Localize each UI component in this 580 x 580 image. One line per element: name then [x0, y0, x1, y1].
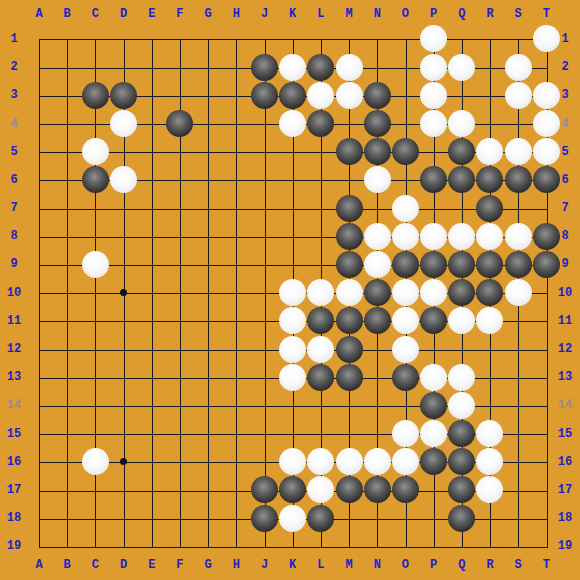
intersection-G8[interactable] — [194, 222, 222, 250]
intersection-T14[interactable] — [532, 391, 560, 419]
intersection-C6[interactable] — [81, 166, 109, 194]
intersection-F9[interactable] — [166, 250, 194, 278]
intersection-G15[interactable] — [194, 420, 222, 448]
intersection-S14[interactable] — [504, 391, 532, 419]
intersection-H17[interactable] — [222, 476, 250, 504]
intersection-D18[interactable] — [109, 504, 137, 532]
intersection-J11[interactable] — [250, 307, 278, 335]
intersection-K8[interactable] — [279, 222, 307, 250]
intersection-G19[interactable] — [194, 532, 222, 560]
intersection-C14[interactable] — [81, 391, 109, 419]
intersection-T19[interactable] — [532, 532, 560, 560]
intersection-O11[interactable] — [391, 307, 419, 335]
intersection-B4[interactable] — [53, 109, 81, 137]
intersection-L1[interactable] — [307, 25, 335, 53]
intersection-D1[interactable] — [109, 25, 137, 53]
intersection-Q1[interactable] — [448, 25, 476, 53]
intersection-H16[interactable] — [222, 448, 250, 476]
intersection-R6[interactable] — [476, 166, 504, 194]
intersection-Q12[interactable] — [448, 335, 476, 363]
intersection-E15[interactable] — [138, 420, 166, 448]
intersection-Q15[interactable] — [448, 420, 476, 448]
intersection-E11[interactable] — [138, 307, 166, 335]
intersection-A12[interactable] — [25, 335, 53, 363]
intersection-A18[interactable] — [25, 504, 53, 532]
intersection-O10[interactable] — [391, 279, 419, 307]
intersection-R16[interactable] — [476, 448, 504, 476]
intersection-P16[interactable] — [420, 448, 448, 476]
intersection-A4[interactable] — [25, 109, 53, 137]
intersection-M11[interactable] — [335, 307, 363, 335]
intersection-L13[interactable] — [307, 363, 335, 391]
intersection-G11[interactable] — [194, 307, 222, 335]
intersection-T3[interactable] — [532, 81, 560, 109]
intersection-L6[interactable] — [307, 166, 335, 194]
intersection-M8[interactable] — [335, 222, 363, 250]
intersection-F6[interactable] — [166, 166, 194, 194]
intersection-A7[interactable] — [25, 194, 53, 222]
intersection-D4[interactable] — [109, 109, 137, 137]
intersection-G3[interactable] — [194, 81, 222, 109]
intersection-D3[interactable] — [109, 81, 137, 109]
intersection-C18[interactable] — [81, 504, 109, 532]
intersection-A3[interactable] — [25, 81, 53, 109]
intersection-N3[interactable] — [363, 81, 391, 109]
intersection-D12[interactable] — [109, 335, 137, 363]
intersection-F12[interactable] — [166, 335, 194, 363]
intersection-F3[interactable] — [166, 81, 194, 109]
intersection-F1[interactable] — [166, 25, 194, 53]
intersection-A9[interactable] — [25, 250, 53, 278]
intersection-T15[interactable] — [532, 420, 560, 448]
intersection-E1[interactable] — [138, 25, 166, 53]
intersection-J18[interactable] — [250, 504, 278, 532]
intersection-C7[interactable] — [81, 194, 109, 222]
intersection-B12[interactable] — [53, 335, 81, 363]
intersection-M5[interactable] — [335, 138, 363, 166]
intersection-E16[interactable] — [138, 448, 166, 476]
intersection-H13[interactable] — [222, 363, 250, 391]
intersection-S13[interactable] — [504, 363, 532, 391]
intersection-R14[interactable] — [476, 391, 504, 419]
intersection-O19[interactable] — [391, 532, 419, 560]
intersection-E6[interactable] — [138, 166, 166, 194]
intersection-M4[interactable] — [335, 109, 363, 137]
intersection-K17[interactable] — [279, 476, 307, 504]
intersection-J13[interactable] — [250, 363, 278, 391]
intersection-E17[interactable] — [138, 476, 166, 504]
intersection-E3[interactable] — [138, 81, 166, 109]
intersection-H10[interactable] — [222, 279, 250, 307]
intersection-J4[interactable] — [250, 109, 278, 137]
intersection-R18[interactable] — [476, 504, 504, 532]
intersection-O4[interactable] — [391, 109, 419, 137]
intersection-M16[interactable] — [335, 448, 363, 476]
intersection-M2[interactable] — [335, 53, 363, 81]
intersection-L14[interactable] — [307, 391, 335, 419]
intersection-N6[interactable] — [363, 166, 391, 194]
intersection-N10[interactable] — [363, 279, 391, 307]
intersection-R10[interactable] — [476, 279, 504, 307]
intersection-J17[interactable] — [250, 476, 278, 504]
intersection-R17[interactable] — [476, 476, 504, 504]
intersection-S11[interactable] — [504, 307, 532, 335]
intersection-P17[interactable] — [420, 476, 448, 504]
intersection-H15[interactable] — [222, 420, 250, 448]
intersection-Q10[interactable] — [448, 279, 476, 307]
intersection-A6[interactable] — [25, 166, 53, 194]
intersection-E12[interactable] — [138, 335, 166, 363]
intersection-O5[interactable] — [391, 138, 419, 166]
intersection-E10[interactable] — [138, 279, 166, 307]
intersection-M12[interactable] — [335, 335, 363, 363]
intersection-J1[interactable] — [250, 25, 278, 53]
intersection-P19[interactable] — [420, 532, 448, 560]
intersection-E4[interactable] — [138, 109, 166, 137]
intersection-M3[interactable] — [335, 81, 363, 109]
intersection-F5[interactable] — [166, 138, 194, 166]
intersection-M9[interactable] — [335, 250, 363, 278]
intersection-J5[interactable] — [250, 138, 278, 166]
intersection-J6[interactable] — [250, 166, 278, 194]
intersection-Q19[interactable] — [448, 532, 476, 560]
intersection-D6[interactable] — [109, 166, 137, 194]
intersection-K13[interactable] — [279, 363, 307, 391]
intersection-N1[interactable] — [363, 25, 391, 53]
intersection-D7[interactable] — [109, 194, 137, 222]
intersection-B2[interactable] — [53, 53, 81, 81]
intersection-Q3[interactable] — [448, 81, 476, 109]
intersection-P14[interactable] — [420, 391, 448, 419]
intersection-G1[interactable] — [194, 25, 222, 53]
intersection-P10[interactable] — [420, 279, 448, 307]
intersection-G12[interactable] — [194, 335, 222, 363]
intersection-B16[interactable] — [53, 448, 81, 476]
intersection-G14[interactable] — [194, 391, 222, 419]
intersection-H7[interactable] — [222, 194, 250, 222]
intersection-N2[interactable] — [363, 53, 391, 81]
intersection-F19[interactable] — [166, 532, 194, 560]
intersection-L12[interactable] — [307, 335, 335, 363]
intersection-A15[interactable] — [25, 420, 53, 448]
intersection-N5[interactable] — [363, 138, 391, 166]
intersection-N4[interactable] — [363, 109, 391, 137]
intersection-Q7[interactable] — [448, 194, 476, 222]
intersection-N14[interactable] — [363, 391, 391, 419]
intersection-H4[interactable] — [222, 109, 250, 137]
intersection-O15[interactable] — [391, 420, 419, 448]
intersection-D2[interactable] — [109, 53, 137, 81]
intersection-S18[interactable] — [504, 504, 532, 532]
intersection-K2[interactable] — [279, 53, 307, 81]
intersection-B1[interactable] — [53, 25, 81, 53]
intersection-T12[interactable] — [532, 335, 560, 363]
intersection-A1[interactable] — [25, 25, 53, 53]
intersection-D17[interactable] — [109, 476, 137, 504]
intersection-C17[interactable] — [81, 476, 109, 504]
intersection-C13[interactable] — [81, 363, 109, 391]
intersection-S16[interactable] — [504, 448, 532, 476]
intersection-S19[interactable] — [504, 532, 532, 560]
intersection-H3[interactable] — [222, 81, 250, 109]
intersection-R15[interactable] — [476, 420, 504, 448]
intersection-A10[interactable] — [25, 279, 53, 307]
intersection-N17[interactable] — [363, 476, 391, 504]
intersection-C16[interactable] — [81, 448, 109, 476]
intersection-D16[interactable] — [109, 448, 137, 476]
intersection-K14[interactable] — [279, 391, 307, 419]
intersection-R12[interactable] — [476, 335, 504, 363]
intersection-S10[interactable] — [504, 279, 532, 307]
intersection-B3[interactable] — [53, 81, 81, 109]
intersection-L18[interactable] — [307, 504, 335, 532]
intersection-G13[interactable] — [194, 363, 222, 391]
intersection-K5[interactable] — [279, 138, 307, 166]
intersection-F18[interactable] — [166, 504, 194, 532]
intersection-T5[interactable] — [532, 138, 560, 166]
intersection-B13[interactable] — [53, 363, 81, 391]
intersection-B11[interactable] — [53, 307, 81, 335]
intersection-P2[interactable] — [420, 53, 448, 81]
intersection-A14[interactable] — [25, 391, 53, 419]
intersection-O17[interactable] — [391, 476, 419, 504]
intersection-S3[interactable] — [504, 81, 532, 109]
intersection-B17[interactable] — [53, 476, 81, 504]
intersection-A2[interactable] — [25, 53, 53, 81]
intersection-Q17[interactable] — [448, 476, 476, 504]
intersection-J10[interactable] — [250, 279, 278, 307]
intersection-T1[interactable] — [532, 25, 560, 53]
intersection-K6[interactable] — [279, 166, 307, 194]
intersection-S12[interactable] — [504, 335, 532, 363]
intersection-G7[interactable] — [194, 194, 222, 222]
intersection-R9[interactable] — [476, 250, 504, 278]
intersection-N9[interactable] — [363, 250, 391, 278]
intersection-L3[interactable] — [307, 81, 335, 109]
intersection-K18[interactable] — [279, 504, 307, 532]
intersection-Q2[interactable] — [448, 53, 476, 81]
intersection-L16[interactable] — [307, 448, 335, 476]
intersection-B14[interactable] — [53, 391, 81, 419]
intersection-C12[interactable] — [81, 335, 109, 363]
intersection-G17[interactable] — [194, 476, 222, 504]
intersection-S15[interactable] — [504, 420, 532, 448]
intersection-N7[interactable] — [363, 194, 391, 222]
intersection-P9[interactable] — [420, 250, 448, 278]
intersection-S2[interactable] — [504, 53, 532, 81]
intersection-P8[interactable] — [420, 222, 448, 250]
intersection-D5[interactable] — [109, 138, 137, 166]
intersection-Q14[interactable] — [448, 391, 476, 419]
intersection-F2[interactable] — [166, 53, 194, 81]
intersection-H9[interactable] — [222, 250, 250, 278]
intersection-M1[interactable] — [335, 25, 363, 53]
intersection-S6[interactable] — [504, 166, 532, 194]
intersection-K1[interactable] — [279, 25, 307, 53]
intersection-N12[interactable] — [363, 335, 391, 363]
intersection-T9[interactable] — [532, 250, 560, 278]
intersection-Q11[interactable] — [448, 307, 476, 335]
intersection-H14[interactable] — [222, 391, 250, 419]
intersection-R5[interactable] — [476, 138, 504, 166]
intersection-E14[interactable] — [138, 391, 166, 419]
intersection-S5[interactable] — [504, 138, 532, 166]
intersection-J14[interactable] — [250, 391, 278, 419]
intersection-A19[interactable] — [25, 532, 53, 560]
intersection-P3[interactable] — [420, 81, 448, 109]
intersection-T6[interactable] — [532, 166, 560, 194]
intersection-F17[interactable] — [166, 476, 194, 504]
intersection-L8[interactable] — [307, 222, 335, 250]
intersection-P11[interactable] — [420, 307, 448, 335]
intersection-H5[interactable] — [222, 138, 250, 166]
intersection-T8[interactable] — [532, 222, 560, 250]
intersection-Q4[interactable] — [448, 109, 476, 137]
intersection-T7[interactable] — [532, 194, 560, 222]
intersection-P1[interactable] — [420, 25, 448, 53]
intersection-S4[interactable] — [504, 109, 532, 137]
intersection-L9[interactable] — [307, 250, 335, 278]
intersection-E8[interactable] — [138, 222, 166, 250]
intersection-N16[interactable] — [363, 448, 391, 476]
intersection-J2[interactable] — [250, 53, 278, 81]
intersection-M18[interactable] — [335, 504, 363, 532]
intersection-Q6[interactable] — [448, 166, 476, 194]
intersection-O13[interactable] — [391, 363, 419, 391]
intersection-T16[interactable] — [532, 448, 560, 476]
intersection-O3[interactable] — [391, 81, 419, 109]
intersection-S8[interactable] — [504, 222, 532, 250]
intersection-L11[interactable] — [307, 307, 335, 335]
intersection-R19[interactable] — [476, 532, 504, 560]
intersection-M17[interactable] — [335, 476, 363, 504]
intersection-M19[interactable] — [335, 532, 363, 560]
intersection-J8[interactable] — [250, 222, 278, 250]
intersection-L5[interactable] — [307, 138, 335, 166]
intersection-C1[interactable] — [81, 25, 109, 53]
intersection-S9[interactable] — [504, 250, 532, 278]
intersection-S7[interactable] — [504, 194, 532, 222]
intersection-P6[interactable] — [420, 166, 448, 194]
intersection-K11[interactable] — [279, 307, 307, 335]
intersection-T17[interactable] — [532, 476, 560, 504]
intersection-C2[interactable] — [81, 53, 109, 81]
intersection-Q8[interactable] — [448, 222, 476, 250]
intersection-B18[interactable] — [53, 504, 81, 532]
intersection-O14[interactable] — [391, 391, 419, 419]
intersection-A11[interactable] — [25, 307, 53, 335]
intersection-Q9[interactable] — [448, 250, 476, 278]
intersection-N13[interactable] — [363, 363, 391, 391]
intersection-J7[interactable] — [250, 194, 278, 222]
intersection-G16[interactable] — [194, 448, 222, 476]
intersection-H11[interactable] — [222, 307, 250, 335]
intersection-F16[interactable] — [166, 448, 194, 476]
intersection-N11[interactable] — [363, 307, 391, 335]
intersection-K9[interactable] — [279, 250, 307, 278]
intersection-T4[interactable] — [532, 109, 560, 137]
intersection-H18[interactable] — [222, 504, 250, 532]
intersection-S17[interactable] — [504, 476, 532, 504]
intersection-Q18[interactable] — [448, 504, 476, 532]
intersection-S1[interactable] — [504, 25, 532, 53]
intersection-F10[interactable] — [166, 279, 194, 307]
intersection-K7[interactable] — [279, 194, 307, 222]
intersection-E13[interactable] — [138, 363, 166, 391]
intersection-C15[interactable] — [81, 420, 109, 448]
intersection-J3[interactable] — [250, 81, 278, 109]
intersection-H8[interactable] — [222, 222, 250, 250]
intersection-R3[interactable] — [476, 81, 504, 109]
intersection-D10[interactable] — [109, 279, 137, 307]
intersection-Q16[interactable] — [448, 448, 476, 476]
intersection-B15[interactable] — [53, 420, 81, 448]
intersection-A16[interactable] — [25, 448, 53, 476]
intersection-F4[interactable] — [166, 109, 194, 137]
intersection-C5[interactable] — [81, 138, 109, 166]
intersection-Q13[interactable] — [448, 363, 476, 391]
intersection-M6[interactable] — [335, 166, 363, 194]
intersection-T11[interactable] — [532, 307, 560, 335]
intersection-O18[interactable] — [391, 504, 419, 532]
intersection-P5[interactable] — [420, 138, 448, 166]
intersection-L19[interactable] — [307, 532, 335, 560]
intersection-T13[interactable] — [532, 363, 560, 391]
intersection-F8[interactable] — [166, 222, 194, 250]
intersection-D11[interactable] — [109, 307, 137, 335]
intersection-J15[interactable] — [250, 420, 278, 448]
intersection-E18[interactable] — [138, 504, 166, 532]
intersection-T10[interactable] — [532, 279, 560, 307]
intersection-G18[interactable] — [194, 504, 222, 532]
intersection-F7[interactable] — [166, 194, 194, 222]
intersection-O7[interactable] — [391, 194, 419, 222]
intersection-N18[interactable] — [363, 504, 391, 532]
intersection-P12[interactable] — [420, 335, 448, 363]
intersection-P18[interactable] — [420, 504, 448, 532]
intersection-L2[interactable] — [307, 53, 335, 81]
intersection-B5[interactable] — [53, 138, 81, 166]
intersection-J9[interactable] — [250, 250, 278, 278]
intersection-A13[interactable] — [25, 363, 53, 391]
intersection-J19[interactable] — [250, 532, 278, 560]
intersection-O8[interactable] — [391, 222, 419, 250]
intersection-L15[interactable] — [307, 420, 335, 448]
intersection-O16[interactable] — [391, 448, 419, 476]
intersection-F11[interactable] — [166, 307, 194, 335]
intersection-K3[interactable] — [279, 81, 307, 109]
intersection-K10[interactable] — [279, 279, 307, 307]
intersection-E9[interactable] — [138, 250, 166, 278]
intersection-F14[interactable] — [166, 391, 194, 419]
intersection-B8[interactable] — [53, 222, 81, 250]
intersection-A8[interactable] — [25, 222, 53, 250]
intersection-G9[interactable] — [194, 250, 222, 278]
intersection-H19[interactable] — [222, 532, 250, 560]
intersection-B6[interactable] — [53, 166, 81, 194]
intersection-L17[interactable] — [307, 476, 335, 504]
intersection-E2[interactable] — [138, 53, 166, 81]
intersection-H12[interactable] — [222, 335, 250, 363]
intersection-K19[interactable] — [279, 532, 307, 560]
intersection-K12[interactable] — [279, 335, 307, 363]
intersection-R11[interactable] — [476, 307, 504, 335]
intersection-H6[interactable] — [222, 166, 250, 194]
intersection-P15[interactable] — [420, 420, 448, 448]
intersection-D14[interactable] — [109, 391, 137, 419]
intersection-J16[interactable] — [250, 448, 278, 476]
intersection-M10[interactable] — [335, 279, 363, 307]
